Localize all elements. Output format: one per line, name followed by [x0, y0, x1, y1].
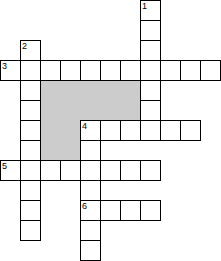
grid-cell-r11c4[interactable] [80, 220, 101, 241]
clue-number-5: 5 [2, 161, 7, 171]
shaded-cell-r4c4 [80, 80, 101, 101]
shaded-cell-r6c3 [60, 120, 81, 141]
grid-cell-r7c4[interactable] [80, 140, 101, 161]
grid-cell-r3c6[interactable] [120, 60, 141, 81]
grid-cell-r8c6[interactable] [120, 160, 141, 181]
grid-cell-r3c9[interactable] [180, 60, 201, 81]
grid-cell-r6c5[interactable] [100, 120, 121, 141]
clue-number-6: 6 [82, 201, 87, 211]
grid-cell-r5c7[interactable] [140, 100, 161, 121]
grid-cell-r10c6[interactable] [120, 200, 141, 221]
grid-cell-r9c1[interactable] [20, 180, 41, 201]
shaded-cell-r5c4 [80, 100, 101, 121]
shaded-cell-r4c2 [40, 80, 61, 101]
grid-cell-r3c4[interactable] [80, 60, 101, 81]
grid-cell-r2c7[interactable] [140, 40, 161, 61]
grid-cell-r0c7[interactable]: 1 [140, 0, 161, 21]
grid-cell-r3c5[interactable] [100, 60, 121, 81]
shaded-cell-r7c2 [40, 140, 61, 161]
grid-cell-r11c1[interactable] [20, 220, 41, 241]
crossword-puzzle: 123456 [0, 0, 221, 261]
shaded-cell-r5c3 [60, 100, 81, 121]
grid-cell-r10c4[interactable]: 6 [80, 200, 101, 221]
grid-cell-r4c7[interactable] [140, 80, 161, 101]
shaded-cell-r4c6 [120, 80, 141, 101]
grid-cell-r6c6[interactable] [120, 120, 141, 141]
shaded-cell-r6c2 [40, 120, 61, 141]
grid-cell-r10c5[interactable] [100, 200, 121, 221]
grid-cell-r8c4[interactable] [80, 160, 101, 181]
grid-cell-r6c1[interactable] [20, 120, 41, 141]
clue-number-3: 3 [2, 61, 7, 71]
grid-cell-r8c0[interactable]: 5 [0, 160, 21, 181]
grid-cell-r6c9[interactable] [180, 120, 201, 141]
grid-cell-r6c4[interactable]: 4 [80, 120, 101, 141]
grid-cell-r8c5[interactable] [100, 160, 121, 181]
grid-cell-r3c3[interactable] [60, 60, 81, 81]
grid-cell-r1c7[interactable] [140, 20, 161, 41]
shaded-cell-r5c2 [40, 100, 61, 121]
shaded-cell-r4c3 [60, 80, 81, 101]
grid-cell-r6c7[interactable] [140, 120, 161, 141]
clue-number-1: 1 [142, 1, 147, 11]
grid-cell-r3c10[interactable] [200, 60, 221, 81]
clue-number-2: 2 [22, 41, 27, 51]
grid-cell-r3c2[interactable] [40, 60, 61, 81]
grid-cell-r5c1[interactable] [20, 100, 41, 121]
grid-cell-r8c2[interactable] [40, 160, 61, 181]
shaded-cell-r4c5 [100, 80, 121, 101]
shaded-cell-r5c6 [120, 100, 141, 121]
grid-cell-r10c1[interactable] [20, 200, 41, 221]
shaded-cell-r7c3 [60, 140, 81, 161]
clue-number-4: 4 [82, 121, 87, 131]
grid-cell-r8c1[interactable] [20, 160, 41, 181]
grid-cell-r8c7[interactable] [140, 160, 161, 181]
grid-cell-r4c1[interactable] [20, 80, 41, 101]
grid-cell-r12c4[interactable] [80, 240, 101, 261]
grid-cell-r3c8[interactable] [160, 60, 181, 81]
grid-cell-r3c1[interactable] [20, 60, 41, 81]
shaded-cell-r5c5 [100, 100, 121, 121]
grid-cell-r3c0[interactable]: 3 [0, 60, 21, 81]
grid-cell-r3c7[interactable] [140, 60, 161, 81]
grid-cell-r10c7[interactable] [140, 200, 161, 221]
grid-cell-r6c8[interactable] [160, 120, 181, 141]
grid-cell-r2c1[interactable]: 2 [20, 40, 41, 61]
grid-cell-r8c3[interactable] [60, 160, 81, 181]
crossword-board: 123456 [0, 0, 221, 261]
grid-cell-r9c4[interactable] [80, 180, 101, 201]
grid-cell-r7c1[interactable] [20, 140, 41, 161]
